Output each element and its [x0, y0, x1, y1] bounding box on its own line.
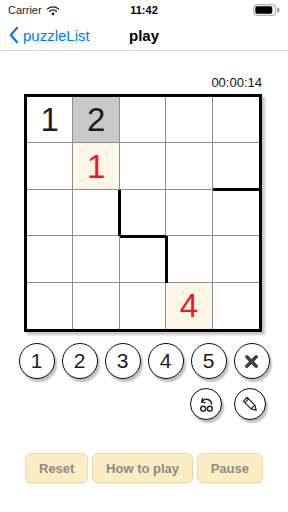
bottom-buttons-row: Reset How to play Pause	[0, 453, 288, 483]
back-chevron-icon	[8, 26, 19, 44]
grid-cell-r0c4[interactable]	[213, 97, 259, 143]
undo-button[interactable]	[190, 388, 222, 420]
board-wrap: 1214	[24, 94, 288, 332]
grid-cell-r1c2[interactable]	[120, 143, 166, 189]
grid-cell-r2c0[interactable]	[27, 190, 73, 236]
pencil-icon	[240, 394, 261, 415]
grid-cell-r2c3[interactable]	[166, 190, 212, 236]
reset-button[interactable]: Reset	[25, 453, 88, 483]
num-button-4[interactable]: 4	[148, 343, 184, 379]
grid-cell-r1c3[interactable]	[166, 143, 212, 189]
grid-cell-r1c4[interactable]	[213, 143, 259, 189]
clear-x-icon	[243, 353, 260, 370]
back-button-label: puzzleList	[23, 27, 90, 44]
tool-buttons-row	[0, 388, 288, 420]
memo-pencil-button[interactable]	[234, 388, 266, 420]
status-time: 11:42	[0, 4, 288, 16]
clear-button[interactable]	[234, 343, 270, 379]
grid-cell-r3c3[interactable]	[166, 236, 212, 282]
undo-icon	[196, 394, 217, 415]
num-button-5[interactable]: 5	[191, 343, 227, 379]
grid-cell-r1c1[interactable]: 1	[73, 143, 119, 189]
timer: 00:00:14	[0, 76, 262, 90]
grid-cell-r3c4[interactable]	[213, 236, 259, 282]
grid-cell-r3c1[interactable]	[73, 236, 119, 282]
region-wall-h	[120, 235, 166, 238]
grid-cell-r4c1[interactable]	[73, 283, 119, 329]
number-buttons-row: 12345	[0, 343, 288, 379]
grid-cell-r3c0[interactable]	[27, 236, 73, 282]
region-wall-v	[165, 236, 168, 282]
grid-cell-r2c4[interactable]	[213, 190, 259, 236]
num-button-1[interactable]: 1	[19, 343, 55, 379]
grid-cell-r0c2[interactable]	[120, 97, 166, 143]
grid-cell-r4c0[interactable]	[27, 283, 73, 329]
grid-cell-r0c3[interactable]	[166, 97, 212, 143]
num-button-3[interactable]: 3	[105, 343, 141, 379]
grid-cell-r4c3[interactable]: 4	[166, 283, 212, 329]
grid-cell-r3c2[interactable]	[120, 236, 166, 282]
puzzle-board: 1214	[24, 94, 262, 332]
grid-cell-r2c1[interactable]	[73, 190, 119, 236]
grid-cell-r4c2[interactable]	[120, 283, 166, 329]
region-wall-v	[118, 190, 121, 236]
region-wall-h	[213, 188, 259, 191]
num-button-2[interactable]: 2	[62, 343, 98, 379]
pause-button[interactable]: Pause	[197, 453, 263, 483]
grid-cell-r4c4[interactable]	[213, 283, 259, 329]
app-screen: Carrier 11:42 puzzleList play 00:00:1	[0, 0, 288, 512]
how-to-play-button[interactable]: How to play	[92, 453, 193, 483]
back-button[interactable]: puzzleList	[8, 26, 90, 44]
grid-cell-r0c0[interactable]: 1	[27, 97, 73, 143]
grid-cell-r1c0[interactable]	[27, 143, 73, 189]
status-bar: Carrier 11:42	[0, 0, 288, 20]
grid-cell-r0c1[interactable]: 2	[73, 97, 119, 143]
grid-cell-r2c2[interactable]	[120, 190, 166, 236]
nav-bar: puzzleList play	[0, 20, 288, 51]
